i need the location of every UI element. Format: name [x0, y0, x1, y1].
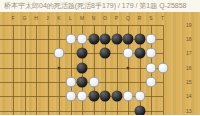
white-stone: [123, 91, 134, 102]
white-stone: [123, 48, 134, 59]
black-stone: [134, 105, 145, 115]
grid-vline: [25, 25, 26, 116]
white-stone: [65, 91, 76, 102]
column-label: O: [103, 15, 107, 21]
column-label: L: [69, 15, 72, 21]
column-label: M: [80, 15, 84, 21]
black-stone: [77, 76, 88, 87]
white-stone: [146, 62, 157, 73]
column-label: J: [46, 15, 49, 21]
row-label: 13: [186, 108, 192, 114]
column-label: P: [115, 15, 118, 21]
star-point: [58, 66, 61, 69]
white-stone: [88, 76, 99, 87]
white-stone: [77, 91, 88, 102]
white-stone: [157, 62, 168, 73]
column-label: R: [138, 15, 142, 21]
row-label: 17: [186, 50, 192, 56]
go-board[interactable]: FGHJKLMNOPQRST19181716151413: [0, 12, 200, 115]
row-label: 14: [186, 93, 192, 99]
star-point: [127, 66, 130, 69]
column-label: F: [11, 15, 14, 21]
black-stone: [100, 33, 111, 44]
black-stone: [111, 91, 122, 102]
tsumego-page: { "game": "go", "title": { "full_text": …: [0, 0, 200, 115]
column-label: H: [34, 15, 38, 21]
grid-vline: [36, 25, 37, 116]
column-label: N: [92, 15, 96, 21]
row-label: 19: [186, 22, 192, 28]
white-stone: [65, 76, 76, 87]
white-stone: [146, 76, 157, 87]
row-label: 18: [186, 36, 192, 42]
column-label: S: [149, 15, 152, 21]
white-stone: [146, 33, 157, 44]
black-stone: [77, 48, 88, 59]
row-label: 16: [186, 65, 192, 71]
black-stone: [134, 48, 145, 59]
white-stone: [146, 48, 157, 59]
column-label: K: [57, 15, 60, 21]
grid-vline: [13, 25, 14, 116]
grid-vline: [59, 25, 60, 116]
black-stone: [100, 91, 111, 102]
white-stone: [65, 33, 76, 44]
black-stone: [123, 33, 134, 44]
white-stone: [77, 33, 88, 44]
problem-title: 桥本宇太郎04的死活题(死活8手179) / 179 / 第1题 Q-25858: [4, 1, 186, 11]
column-label: T: [161, 15, 164, 21]
column-label: Q: [126, 15, 130, 21]
grid-vline: [48, 25, 49, 116]
black-stone: [134, 33, 145, 44]
black-stone: [77, 62, 88, 73]
black-stone: [111, 33, 122, 44]
black-stone: [100, 48, 111, 59]
black-stone: [88, 91, 99, 102]
black-stone: [88, 33, 99, 44]
white-stone: [134, 91, 145, 102]
white-stone: [54, 48, 65, 59]
row-label: 15: [186, 79, 192, 85]
column-label: G: [23, 15, 27, 21]
